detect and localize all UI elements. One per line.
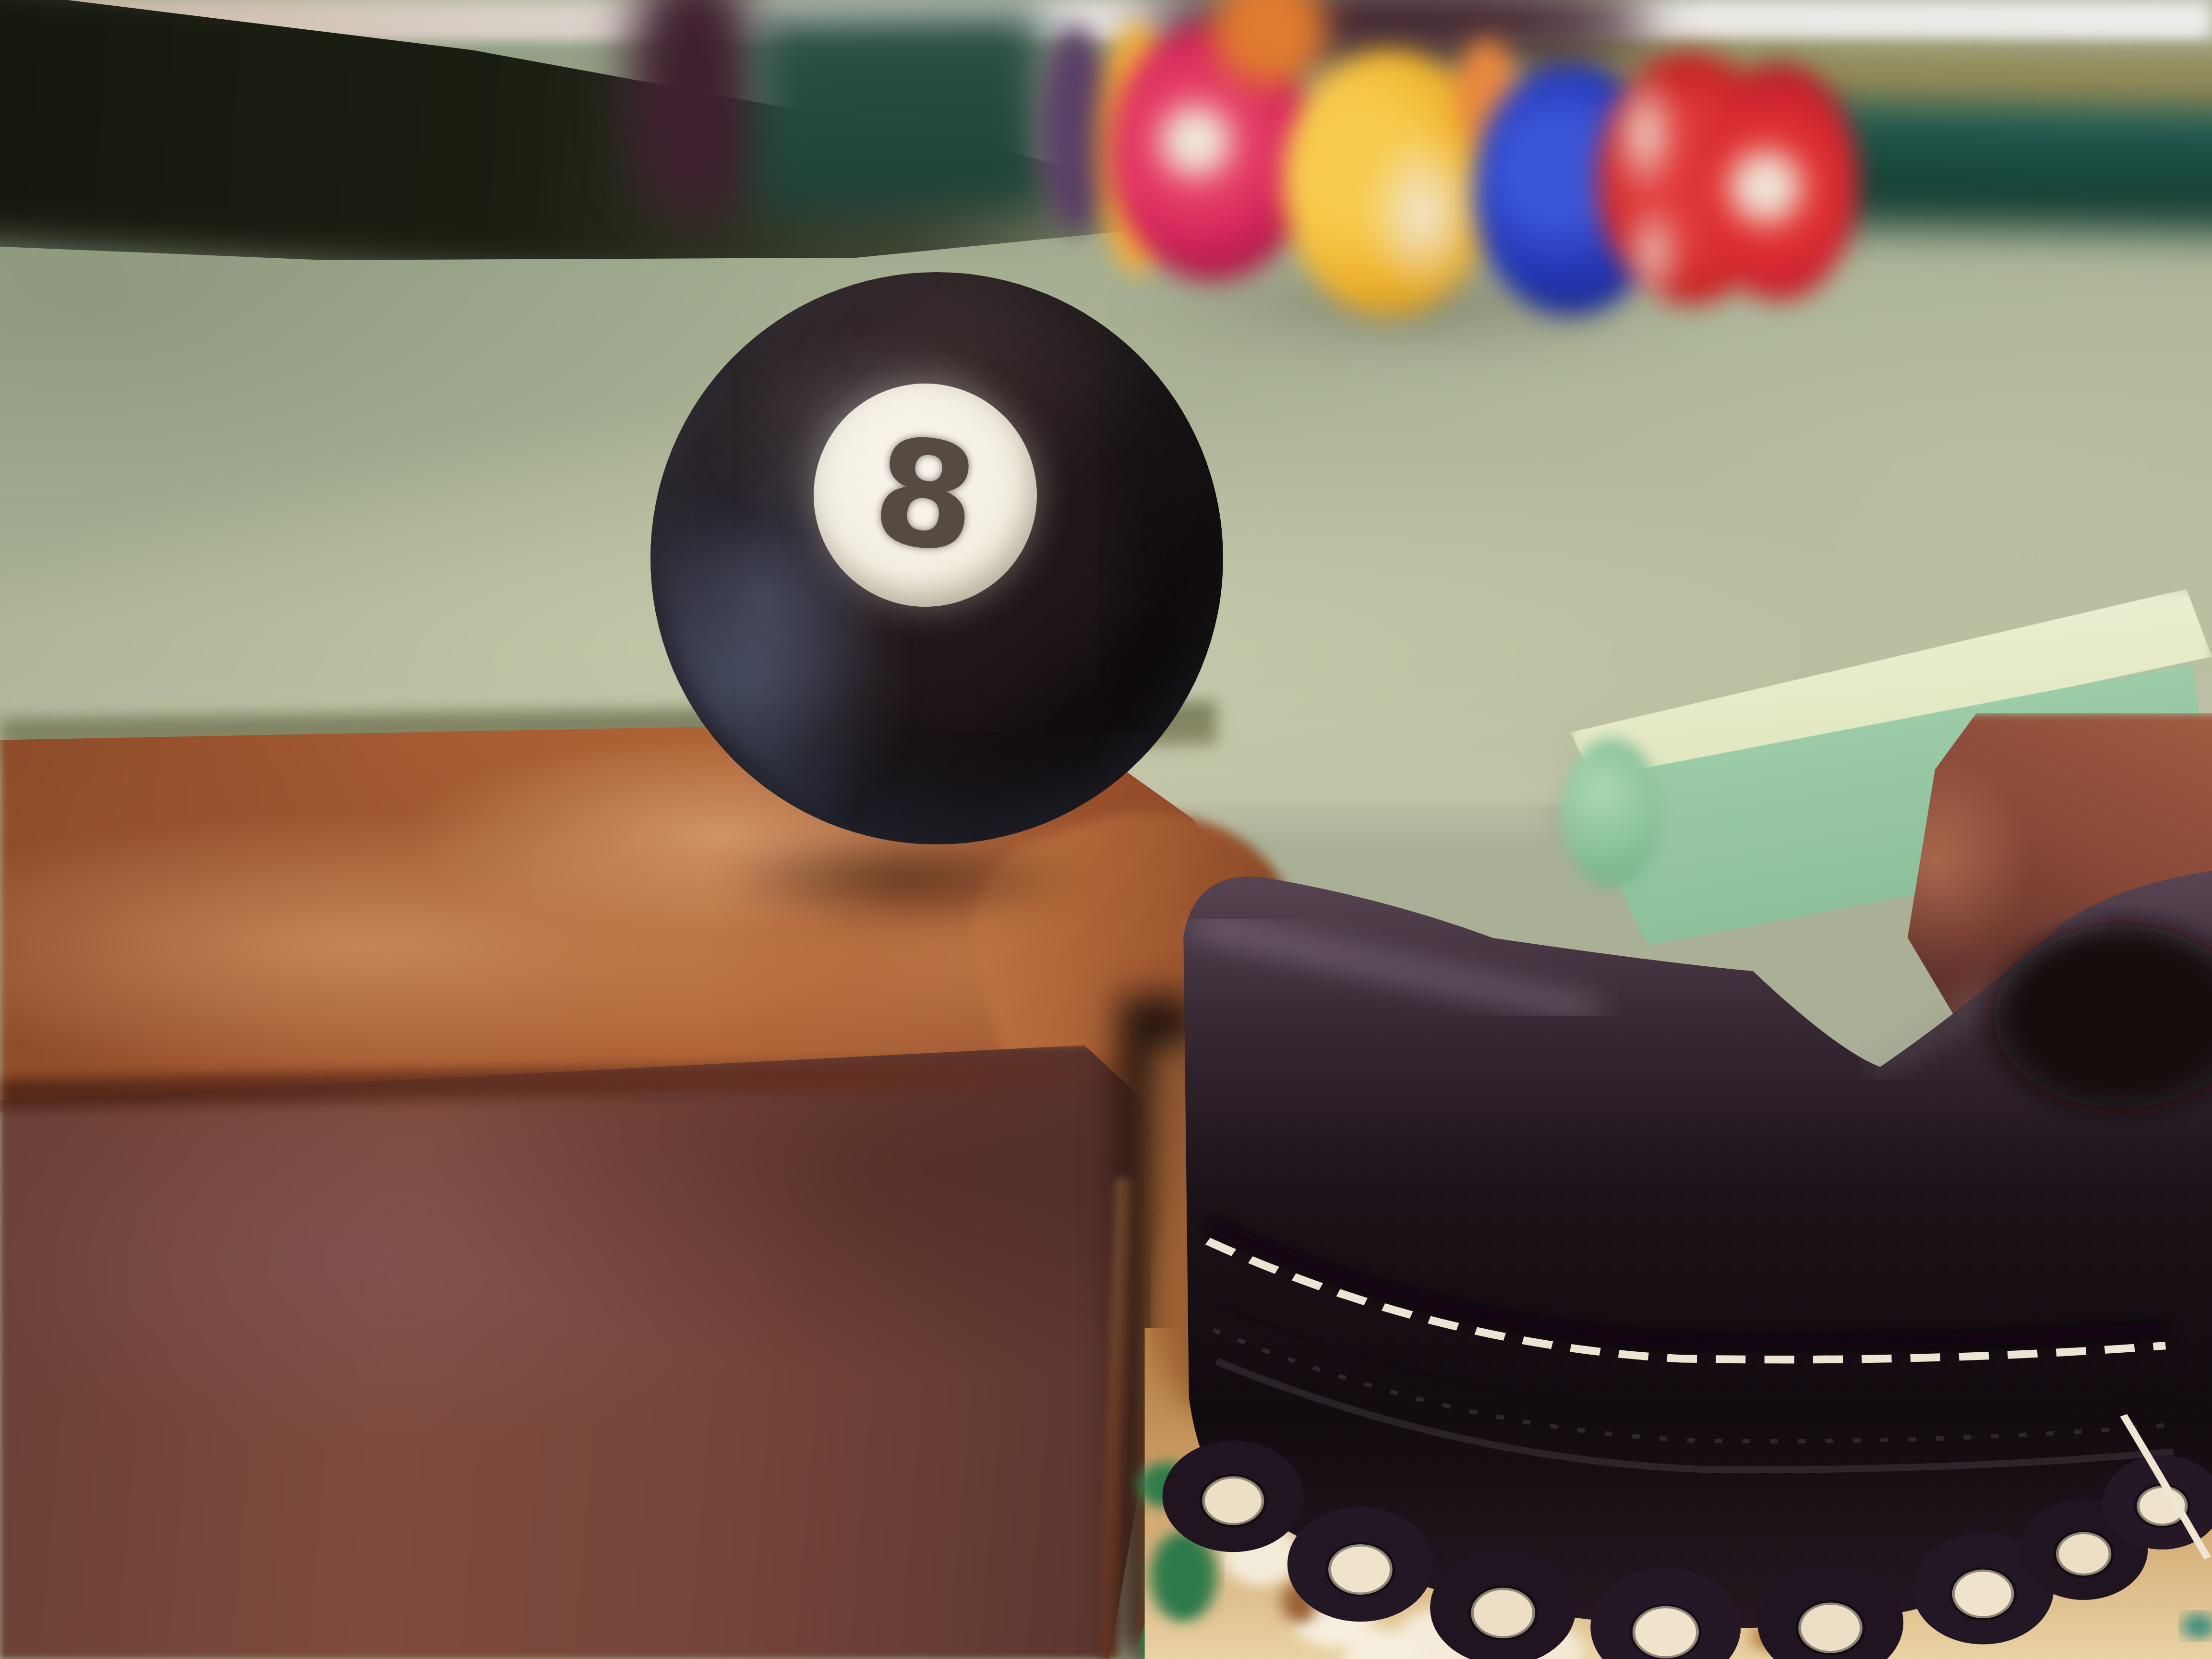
- gap-fuzz-in-pocket: [1161, 1206, 1261, 1415]
- corner-pocket: [1106, 788, 2212, 1659]
- racked-balls-blurred: [1018, 0, 1902, 361]
- blue-ball: [1473, 64, 1668, 316]
- leather-crest-highlight: [1211, 927, 1582, 1008]
- crimson-ball-with-white-circle: [1110, 22, 1314, 282]
- wood-rail-side-face: [0, 1045, 1261, 1659]
- eight-ball: 8: [650, 272, 1223, 844]
- background-teal-panel: [755, 11, 1046, 215]
- wood-rail-top-face: [0, 721, 1283, 1128]
- crochet-net-cords: [1221, 1469, 1863, 1659]
- cushion-top-cream-band: [1571, 589, 2212, 788]
- rail-leather-maroon-block: [1880, 713, 2212, 1145]
- white-stitch-thread: [1208, 1241, 2165, 1359]
- pocket-gap-brown-fuzz: [1150, 1045, 1327, 1659]
- purple-ball-sliver: [1040, 26, 1110, 232]
- far-rail-teal-band: [1547, 96, 2212, 250]
- leather-right-arm-highlight: [1880, 926, 2085, 1065]
- emboss-dash-texture: [1213, 1330, 2171, 1441]
- cushion-nose: [1562, 738, 1661, 888]
- eight-ball-number: 8: [866, 417, 985, 574]
- wood-rail-edge-seam: [0, 1054, 1239, 1109]
- table-felt-surface: [0, 41, 2212, 805]
- stitch-seam-groove: [1208, 1224, 2165, 1342]
- felt-edge-shadow-strip: [0, 701, 1217, 761]
- net-holes: [1282, 1557, 1787, 1650]
- background-dark-diagonal-band: [0, 0, 1269, 336]
- orange-ball-sliver: [1455, 37, 1517, 152]
- rack-top-dark-smear: [1142, 0, 1655, 64]
- yellow-white-striped-ball: [1283, 49, 1495, 316]
- emboss-band-line-upper: [1211, 1302, 2170, 1414]
- eight-ball-shadow: [674, 823, 1183, 947]
- emboss-band-line-lower: [1216, 1361, 2173, 1469]
- cushion-front-mint-cloth: [1571, 663, 2212, 946]
- yellow-ball-crescent: [1097, 22, 1177, 274]
- pool-table-corner-photo: 8: [0, 0, 2212, 1659]
- rack-shadow-on-felt: [1029, 257, 1803, 373]
- corner-pocket-graphic: [1106, 788, 2212, 1659]
- wood-rail-corner-edge-highlight: [1100, 1178, 1134, 1659]
- wood-rail-corner-bevel: [943, 771, 1346, 1170]
- green-felt-wedge: [1135, 1410, 1301, 1659]
- leather-fringe-lobes: [1163, 1441, 2212, 1659]
- fringe-eyelet-holes: [1202, 1476, 2188, 1658]
- red-white-striped-ball: [1597, 53, 1783, 305]
- eight-ball-number-circle: 8: [814, 384, 1037, 607]
- pocket-mouth-shadow: [1994, 925, 2212, 1107]
- felt-bright-lower-area: [0, 663, 1549, 829]
- red-ball-with-white-circle: [1699, 64, 1858, 301]
- far-rail-tan-stripe: [1526, 43, 2212, 125]
- orange-ball-behind: [1212, 0, 1327, 87]
- background-wall-strip: [0, 0, 2212, 99]
- green-felt-bits: [1138, 1462, 1217, 1622]
- net-tan-backing: [1145, 1328, 2212, 1659]
- loose-white-string: [2124, 1415, 2208, 1558]
- background-maroon-smear: [628, 0, 761, 216]
- pocket-leather-cap: [1183, 871, 2212, 1628]
- pocket-gap-shadow: [1119, 996, 1195, 1659]
- teal-speck: [2182, 1613, 2212, 1639]
